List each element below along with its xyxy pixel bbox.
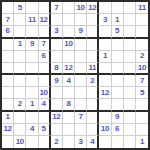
cell-r8c4-given[interactable]: 10	[39, 87, 51, 99]
cell-r8c5-empty[interactable]	[51, 87, 63, 99]
cell-r1c9-empty[interactable]	[99, 2, 111, 14]
cell-r11c12-empty[interactable]	[136, 124, 148, 136]
cell-r6c12-given[interactable]: 10	[136, 63, 148, 75]
cell-r12c11-empty[interactable]	[124, 136, 136, 148]
cell-r12c8-given[interactable]: 4	[87, 136, 99, 148]
cell-r9c6-given[interactable]: 8	[63, 99, 75, 111]
cell-r7c12-given[interactable]: 7	[136, 75, 148, 87]
cell-r9c12-empty[interactable]	[136, 99, 148, 111]
cell-r10c10-given[interactable]: 9	[112, 112, 124, 124]
cell-r8c3-empty[interactable]	[26, 87, 38, 99]
cell-r9c2-given[interactable]: 2	[14, 99, 26, 111]
cell-r5c9-given[interactable]: 1	[99, 51, 111, 63]
cell-r2c12-empty[interactable]	[136, 14, 148, 26]
cell-r5c5-empty[interactable]	[51, 51, 63, 63]
cell-r7c7-empty[interactable]	[75, 75, 87, 87]
cell-r8c11-empty[interactable]	[124, 87, 136, 99]
cell-r2c3-given[interactable]: 11	[26, 14, 38, 26]
cell-r9c7-empty[interactable]	[75, 99, 87, 111]
cell-r6c9-empty[interactable]	[99, 63, 111, 75]
cell-r10c1-given[interactable]: 1	[2, 112, 14, 124]
cell-r12c12-given[interactable]: 1	[136, 136, 148, 148]
cell-r9c5-empty[interactable]	[51, 99, 63, 111]
cell-r3c6-empty[interactable]	[63, 26, 75, 38]
cell-r5c1-empty[interactable]	[2, 51, 14, 63]
cell-r2c11-empty[interactable]	[124, 14, 136, 26]
cell-r9c10-empty[interactable]	[112, 99, 124, 111]
cell-r5c2-empty[interactable]	[14, 51, 26, 63]
cell-r3c1-given[interactable]: 6	[2, 26, 14, 38]
cell-r5c8-empty[interactable]	[87, 51, 99, 63]
cell-r8c8-empty[interactable]	[87, 87, 99, 99]
cell-r4c7-empty[interactable]	[75, 39, 87, 51]
cell-r12c4-empty[interactable]	[39, 136, 51, 148]
cell-r12c5-given[interactable]: 2	[51, 136, 63, 148]
cell-r2c8-empty[interactable]	[87, 14, 99, 26]
cell-r5c10-empty[interactable]	[112, 51, 124, 63]
cell-r11c1-given[interactable]: 12	[2, 124, 14, 136]
cell-r6c3-empty[interactable]	[26, 63, 38, 75]
cell-r3c9-empty[interactable]	[99, 26, 111, 38]
cell-r7c6-given[interactable]: 4	[63, 75, 75, 87]
cell-r10c2-empty[interactable]	[14, 112, 26, 124]
cell-r2c10-given[interactable]: 1	[112, 14, 124, 26]
cell-r10c7-given[interactable]: 7	[75, 112, 87, 124]
cell-r3c5-given[interactable]: 3	[51, 26, 63, 38]
cell-r1c4-empty[interactable]	[39, 2, 51, 14]
cell-r5c7-empty[interactable]	[75, 51, 87, 63]
cell-r5c11-empty[interactable]	[124, 51, 136, 63]
cell-r10c4-empty[interactable]	[39, 112, 51, 124]
cell-r7c4-empty[interactable]	[39, 75, 51, 87]
cell-r11c8-empty[interactable]	[87, 124, 99, 136]
cell-r4c9-empty[interactable]	[99, 39, 111, 51]
sudoku-board: 5710121171112316395197106128121110942710…	[0, 0, 150, 150]
cell-r1c6-empty[interactable]	[63, 2, 75, 14]
cell-r1c5-given[interactable]: 7	[51, 2, 63, 14]
cell-r2c9-given[interactable]: 3	[99, 14, 111, 26]
cell-r4c11-empty[interactable]	[124, 39, 136, 51]
cell-r6c7-empty[interactable]	[75, 63, 87, 75]
cell-r10c5-given[interactable]: 12	[51, 112, 63, 124]
cell-r12c9-empty[interactable]	[99, 136, 111, 148]
cell-r6c6-given[interactable]: 12	[63, 63, 75, 75]
cell-r7c1-empty[interactable]	[2, 75, 14, 87]
cell-r11c6-empty[interactable]	[63, 124, 75, 136]
cell-r11c10-given[interactable]: 6	[112, 124, 124, 136]
cell-r4c2-given[interactable]: 1	[14, 39, 26, 51]
cell-r6c4-empty[interactable]	[39, 63, 51, 75]
cell-r11c4-given[interactable]: 5	[39, 124, 51, 136]
cell-r7c8-given[interactable]: 2	[87, 75, 99, 87]
cell-r10c6-empty[interactable]	[63, 112, 75, 124]
cell-r5c12-given[interactable]: 2	[136, 51, 148, 63]
cell-r3c7-given[interactable]: 9	[75, 26, 87, 38]
cell-r2c6-empty[interactable]	[63, 14, 75, 26]
cell-r8c7-empty[interactable]	[75, 87, 87, 99]
cell-r12c2-given[interactable]: 10	[14, 136, 26, 148]
cell-r12c6-empty[interactable]	[63, 136, 75, 148]
cell-r8c1-empty[interactable]	[2, 87, 14, 99]
cell-r8c10-empty[interactable]	[112, 87, 124, 99]
cell-r11c2-empty[interactable]	[14, 124, 26, 136]
cell-r7c9-empty[interactable]	[99, 75, 111, 87]
cell-r12c7-given[interactable]: 3	[75, 136, 87, 148]
cell-r8c6-empty[interactable]	[63, 87, 75, 99]
cell-r8c9-given[interactable]: 12	[99, 87, 111, 99]
cell-r6c5-given[interactable]: 8	[51, 63, 63, 75]
cell-r1c2-given[interactable]: 5	[14, 2, 26, 14]
cell-r4c4-given[interactable]: 7	[39, 39, 51, 51]
cell-r11c5-empty[interactable]	[51, 124, 63, 136]
cell-r11c9-given[interactable]: 10	[99, 124, 111, 136]
cell-r1c7-given[interactable]: 10	[75, 2, 87, 14]
cell-r7c11-empty[interactable]	[124, 75, 136, 87]
cell-r6c2-empty[interactable]	[14, 63, 26, 75]
cell-r6c10-empty[interactable]	[112, 63, 124, 75]
cell-r4c1-empty[interactable]	[2, 39, 14, 51]
cell-r4c3-given[interactable]: 9	[26, 39, 38, 51]
cell-r1c11-empty[interactable]	[124, 2, 136, 14]
cell-r10c11-empty[interactable]	[124, 112, 136, 124]
cell-r3c3-empty[interactable]	[26, 26, 38, 38]
cell-r1c12-given[interactable]: 11	[136, 2, 148, 14]
cell-r7c2-empty[interactable]	[14, 75, 26, 87]
cell-r11c3-given[interactable]: 4	[26, 124, 38, 136]
cell-r12c1-empty[interactable]	[2, 136, 14, 148]
cell-r6c8-given[interactable]: 11	[87, 63, 99, 75]
cell-r3c8-empty[interactable]	[87, 26, 99, 38]
cell-r3c12-empty[interactable]	[136, 26, 148, 38]
cell-r7c10-empty[interactable]	[112, 75, 124, 87]
cell-r8c12-given[interactable]: 5	[136, 87, 148, 99]
cell-r4c12-empty[interactable]	[136, 39, 148, 51]
cell-r3c11-empty[interactable]	[124, 26, 136, 38]
cell-r10c9-empty[interactable]	[99, 112, 111, 124]
cell-r6c1-empty[interactable]	[2, 63, 14, 75]
cell-r2c1-given[interactable]: 7	[2, 14, 14, 26]
cell-r7c5-given[interactable]: 9	[51, 75, 63, 87]
cell-r3c2-empty[interactable]	[14, 26, 26, 38]
cell-r10c8-empty[interactable]	[87, 112, 99, 124]
cell-r4c6-given[interactable]: 10	[63, 39, 75, 51]
cell-r9c8-empty[interactable]	[87, 99, 99, 111]
cell-r4c8-empty[interactable]	[87, 39, 99, 51]
cell-r10c12-empty[interactable]	[136, 112, 148, 124]
cell-r5c4-given[interactable]: 6	[39, 51, 51, 63]
cell-r1c8-given[interactable]: 12	[87, 2, 99, 14]
cell-r3c10-given[interactable]: 5	[112, 26, 124, 38]
cell-r9c11-empty[interactable]	[124, 99, 136, 111]
cell-r1c3-empty[interactable]	[26, 2, 38, 14]
cell-r1c10-empty[interactable]	[112, 2, 124, 14]
cell-r6c11-empty[interactable]	[124, 63, 136, 75]
cell-r4c5-empty[interactable]	[51, 39, 63, 51]
cell-r2c5-empty[interactable]	[51, 14, 63, 26]
cell-r8c2-empty[interactable]	[14, 87, 26, 99]
cell-r9c9-empty[interactable]	[99, 99, 111, 111]
cell-r2c2-empty[interactable]	[14, 14, 26, 26]
cell-r9c3-given[interactable]: 1	[26, 99, 38, 111]
cell-r9c4-given[interactable]: 4	[39, 99, 51, 111]
cell-r11c11-empty[interactable]	[124, 124, 136, 136]
cell-r9c1-empty[interactable]	[2, 99, 14, 111]
cell-r12c3-empty[interactable]	[26, 136, 38, 148]
cell-r2c4-given[interactable]: 12	[39, 14, 51, 26]
cell-r11c7-empty[interactable]	[75, 124, 87, 136]
cell-r1c1-empty[interactable]	[2, 2, 14, 14]
cell-r10c3-empty[interactable]	[26, 112, 38, 124]
cell-r2c7-empty[interactable]	[75, 14, 87, 26]
cell-r12c10-empty[interactable]	[112, 136, 124, 148]
cell-r5c6-empty[interactable]	[63, 51, 75, 63]
cell-r4c10-empty[interactable]	[112, 39, 124, 51]
cell-r3c4-empty[interactable]	[39, 26, 51, 38]
cell-r5c3-empty[interactable]	[26, 51, 38, 63]
cell-r7c3-empty[interactable]	[26, 75, 38, 87]
